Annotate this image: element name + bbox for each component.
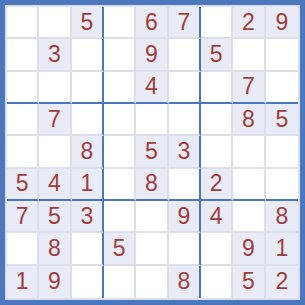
cell-r5c3[interactable]: 8	[72, 136, 104, 168]
cell-r7c6[interactable]: 9	[169, 201, 201, 233]
sudoku-board: 567293954778585354182753948859119852	[0, 0, 305, 305]
cell-r1c6[interactable]: 7	[169, 7, 201, 39]
cell-r8c3[interactable]	[72, 233, 104, 265]
cell-r2c8[interactable]	[233, 39, 265, 71]
cell-r7c8[interactable]	[233, 201, 265, 233]
cell-r3c4[interactable]	[104, 72, 136, 104]
cell-r9c7[interactable]	[201, 266, 233, 298]
cell-r5c7[interactable]	[201, 136, 233, 168]
cell-r9c3[interactable]	[72, 266, 104, 298]
cell-r1c5[interactable]: 6	[136, 7, 168, 39]
cell-r4c8[interactable]: 8	[233, 104, 265, 136]
cell-r4c4[interactable]	[104, 104, 136, 136]
cell-r8c8[interactable]: 9	[233, 233, 265, 265]
cell-r4c6[interactable]	[169, 104, 201, 136]
cell-r8c2[interactable]: 8	[39, 233, 71, 265]
cell-r9c2[interactable]: 9	[39, 266, 71, 298]
cell-r8c4[interactable]: 5	[104, 233, 136, 265]
cell-r1c8[interactable]: 2	[233, 7, 265, 39]
cell-r6c4[interactable]	[104, 169, 136, 201]
cell-r1c2[interactable]	[39, 7, 71, 39]
cell-r6c3[interactable]: 1	[72, 169, 104, 201]
cell-r5c6[interactable]: 3	[169, 136, 201, 168]
cell-r5c4[interactable]	[104, 136, 136, 168]
cell-r5c2[interactable]	[39, 136, 71, 168]
cell-r6c7[interactable]: 2	[201, 169, 233, 201]
cell-r9c1[interactable]: 1	[7, 266, 39, 298]
cell-r1c1[interactable]	[7, 7, 39, 39]
cell-r4c9[interactable]: 5	[266, 104, 298, 136]
cell-r4c1[interactable]	[7, 104, 39, 136]
cell-r6c6[interactable]	[169, 169, 201, 201]
cell-r8c6[interactable]	[169, 233, 201, 265]
cell-r7c9[interactable]: 8	[266, 201, 298, 233]
cell-r8c9[interactable]: 1	[266, 233, 298, 265]
cell-r7c5[interactable]	[136, 201, 168, 233]
cell-r7c1[interactable]: 7	[7, 201, 39, 233]
cell-r6c1[interactable]: 5	[7, 169, 39, 201]
cell-r5c5[interactable]: 5	[136, 136, 168, 168]
cell-r9c5[interactable]	[136, 266, 168, 298]
cell-r2c9[interactable]	[266, 39, 298, 71]
cell-r6c9[interactable]	[266, 169, 298, 201]
cell-r9c9[interactable]: 2	[266, 266, 298, 298]
cell-r3c9[interactable]	[266, 72, 298, 104]
cell-r4c7[interactable]	[201, 104, 233, 136]
cell-r3c1[interactable]	[7, 72, 39, 104]
cell-r2c7[interactable]: 5	[201, 39, 233, 71]
cell-r7c3[interactable]: 3	[72, 201, 104, 233]
cell-r7c4[interactable]	[104, 201, 136, 233]
cell-r1c4[interactable]	[104, 7, 136, 39]
cell-r6c5[interactable]: 8	[136, 169, 168, 201]
cell-r3c3[interactable]	[72, 72, 104, 104]
cell-r6c2[interactable]: 4	[39, 169, 71, 201]
cell-r2c3[interactable]	[72, 39, 104, 71]
cell-r3c5[interactable]: 4	[136, 72, 168, 104]
cell-r4c3[interactable]	[72, 104, 104, 136]
cell-r2c5[interactable]: 9	[136, 39, 168, 71]
cell-r2c2[interactable]: 3	[39, 39, 71, 71]
cell-r6c8[interactable]	[233, 169, 265, 201]
cell-r7c7[interactable]: 4	[201, 201, 233, 233]
cell-r9c8[interactable]: 5	[233, 266, 265, 298]
cell-r3c6[interactable]	[169, 72, 201, 104]
cell-r8c1[interactable]	[7, 233, 39, 265]
cell-r1c9[interactable]: 9	[266, 7, 298, 39]
cell-r5c1[interactable]	[7, 136, 39, 168]
cell-r8c5[interactable]	[136, 233, 168, 265]
cell-r3c2[interactable]	[39, 72, 71, 104]
cell-r3c8[interactable]: 7	[233, 72, 265, 104]
cell-r2c6[interactable]	[169, 39, 201, 71]
cell-r5c9[interactable]	[266, 136, 298, 168]
cell-r9c6[interactable]: 8	[169, 266, 201, 298]
cell-r3c7[interactable]	[201, 72, 233, 104]
cell-r9c4[interactable]	[104, 266, 136, 298]
cell-r2c4[interactable]	[104, 39, 136, 71]
cell-r4c2[interactable]: 7	[39, 104, 71, 136]
cell-r1c7[interactable]	[201, 7, 233, 39]
cell-r7c2[interactable]: 5	[39, 201, 71, 233]
cell-r2c1[interactable]	[7, 39, 39, 71]
cell-r5c8[interactable]	[233, 136, 265, 168]
sudoku-grid: 567293954778585354182753948859119852	[7, 7, 298, 298]
cell-r1c3[interactable]: 5	[72, 7, 104, 39]
cell-r8c7[interactable]	[201, 233, 233, 265]
cell-r4c5[interactable]	[136, 104, 168, 136]
